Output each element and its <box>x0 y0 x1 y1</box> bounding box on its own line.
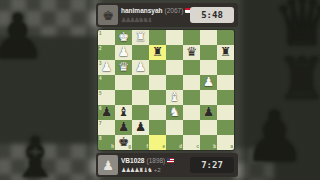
square-a6[interactable] <box>217 105 234 120</box>
black-pawn[interactable]: ♟ <box>115 120 132 135</box>
black-pawn[interactable]: ♟ <box>200 105 217 120</box>
rank-label: 5 <box>99 91 102 96</box>
square-f5[interactable] <box>132 90 149 105</box>
square-h4[interactable]: 4 <box>98 75 115 90</box>
square-h2[interactable]: 2 <box>98 45 115 60</box>
bottom-player-avatar[interactable]: ♟ <box>98 155 118 175</box>
square-d4[interactable] <box>166 75 183 90</box>
bottom-captured-pieces: ♟♟♟♟♜♝♞ <box>121 166 152 174</box>
file-label: b <box>213 144 216 149</box>
white-pawn[interactable]: ♟ <box>132 60 149 75</box>
square-h6[interactable]: 6♟ <box>98 105 115 120</box>
file-label: c <box>196 144 199 149</box>
bottom-player-clock: 7:27 <box>190 157 234 173</box>
background-pawn-icon: ♟ <box>243 102 306 172</box>
white-queen[interactable]: ♛ <box>115 60 132 75</box>
white-king[interactable]: ♚ <box>115 30 132 45</box>
square-e3[interactable] <box>149 60 166 75</box>
square-d3[interactable] <box>166 60 183 75</box>
background-bishop-icon: ♝ <box>10 130 60 180</box>
top-player-rating: (2067) <box>165 7 184 14</box>
square-f2[interactable] <box>132 45 149 60</box>
square-g8[interactable]: g♚ <box>115 135 132 150</box>
square-c7[interactable] <box>183 120 200 135</box>
square-e2[interactable]: ♜ <box>149 45 166 60</box>
background-pawn-icon: ♟ <box>0 6 46 68</box>
white-bishop[interactable]: ♝ <box>166 90 183 105</box>
square-e8[interactable]: e <box>149 135 166 150</box>
square-h1[interactable]: 1 <box>98 30 115 45</box>
square-e1[interactable] <box>149 30 166 45</box>
square-c3[interactable] <box>183 60 200 75</box>
square-c5[interactable] <box>183 90 200 105</box>
square-a7[interactable] <box>217 120 234 135</box>
usa-flag <box>167 158 174 163</box>
square-h8[interactable]: 8h <box>98 135 115 150</box>
square-d2[interactable] <box>166 45 183 60</box>
file-label: d <box>179 144 182 149</box>
rank-label: 1 <box>99 31 102 36</box>
square-g6[interactable]: ♝ <box>115 105 132 120</box>
square-b4[interactable]: ♟ <box>200 75 217 90</box>
black-queen[interactable]: ♛ <box>183 45 200 60</box>
top-player-name[interactable]: hanimansyah <box>121 7 163 14</box>
white-rook[interactable]: ♜ <box>132 30 149 45</box>
square-g4[interactable] <box>115 75 132 90</box>
top-player-avatar[interactable]: ♚ <box>98 5 118 25</box>
square-e4[interactable] <box>149 75 166 90</box>
square-b6[interactable]: ♟ <box>200 105 217 120</box>
square-b2[interactable] <box>200 45 217 60</box>
square-a4[interactable] <box>217 75 234 90</box>
square-f8[interactable]: f <box>132 135 149 150</box>
square-c1[interactable] <box>183 30 200 45</box>
square-e5[interactable] <box>149 90 166 105</box>
square-d1[interactable] <box>166 30 183 45</box>
square-f3[interactable]: ♟ <box>132 60 149 75</box>
white-pawn[interactable]: ♟ <box>200 75 217 90</box>
square-h3[interactable]: 3♟ <box>98 60 115 75</box>
white-pawn[interactable]: ♟ <box>98 60 115 75</box>
top-captured-pieces: ♟♟♟♟♞♞♝ <box>121 16 152 24</box>
black-king[interactable]: ♚ <box>115 135 132 150</box>
square-c8[interactable]: c <box>183 135 200 150</box>
white-knight[interactable]: ♞ <box>166 105 183 120</box>
square-f7[interactable]: ♟ <box>132 120 149 135</box>
top-player-clock: 5:48 <box>190 7 234 23</box>
square-a5[interactable] <box>217 90 234 105</box>
square-g2[interactable]: ♟ <box>115 45 132 60</box>
white-pawn[interactable]: ♟ <box>115 45 132 60</box>
black-rook[interactable]: ♜ <box>149 45 166 60</box>
square-c4[interactable] <box>183 75 200 90</box>
square-g7[interactable]: ♟ <box>115 120 132 135</box>
black-bishop[interactable]: ♝ <box>115 105 132 120</box>
square-f4[interactable] <box>132 75 149 90</box>
rank-label: 7 <box>99 121 102 126</box>
square-e7[interactable] <box>149 120 166 135</box>
rank-label: 8 <box>99 136 102 141</box>
file-label: a <box>230 144 233 149</box>
file-label: h <box>111 144 114 149</box>
material-advantage: +2 <box>154 167 161 173</box>
square-b3[interactable] <box>200 60 217 75</box>
square-b7[interactable] <box>200 120 217 135</box>
square-g5[interactable] <box>115 90 132 105</box>
chess-board[interactable]: 1♚♜2♟♜♛♜3♟♛♟4♟5♝6♟♝♞♟7♟♟8hg♚fedcba <box>98 30 234 150</box>
square-b8[interactable]: b <box>200 135 217 150</box>
square-a2[interactable]: ♜ <box>217 45 234 60</box>
bottom-player-bar: ♟ VB1028 (1898) ♟♟♟♟♜♝♞ +2 7:27 <box>96 153 238 177</box>
square-d6[interactable]: ♞ <box>166 105 183 120</box>
square-g1[interactable]: ♚ <box>115 30 132 45</box>
square-b1[interactable] <box>200 30 217 45</box>
square-e6[interactable] <box>149 105 166 120</box>
square-b5[interactable] <box>200 90 217 105</box>
bottom-player-name[interactable]: VB1028 <box>121 157 145 164</box>
file-label: e <box>162 144 165 149</box>
square-c2[interactable]: ♛ <box>183 45 200 60</box>
square-c6[interactable] <box>183 105 200 120</box>
black-rook[interactable]: ♜ <box>217 45 234 60</box>
square-d5[interactable]: ♝ <box>166 90 183 105</box>
square-a3[interactable] <box>217 60 234 75</box>
square-h7[interactable]: 7 <box>98 120 115 135</box>
rank-label: 2 <box>99 46 102 51</box>
square-a1[interactable] <box>217 30 234 45</box>
black-pawn[interactable]: ♟ <box>98 105 115 120</box>
square-g3[interactable]: ♛ <box>115 60 132 75</box>
square-d8[interactable]: d <box>166 135 183 150</box>
bottom-player-rating: (1898) <box>147 157 166 164</box>
square-f6[interactable] <box>132 105 149 120</box>
top-player-bar: ♚ hanimansyah (2067) ♟♟♟♟♞♞♝ 5:48 <box>96 3 238 27</box>
square-h5[interactable]: 5 <box>98 90 115 105</box>
video-frame: ♟ ♝ ♛ ♜ ♟ ♚ hanimansyah (2067) ♟♟♟♟♞♞♝ 5… <box>0 0 320 180</box>
rank-label: 4 <box>99 76 102 81</box>
black-pawn[interactable]: ♟ <box>132 120 149 135</box>
square-f1[interactable]: ♜ <box>132 30 149 45</box>
square-a8[interactable]: a <box>217 135 234 150</box>
square-d7[interactable] <box>166 120 183 135</box>
file-label: f <box>147 144 149 149</box>
